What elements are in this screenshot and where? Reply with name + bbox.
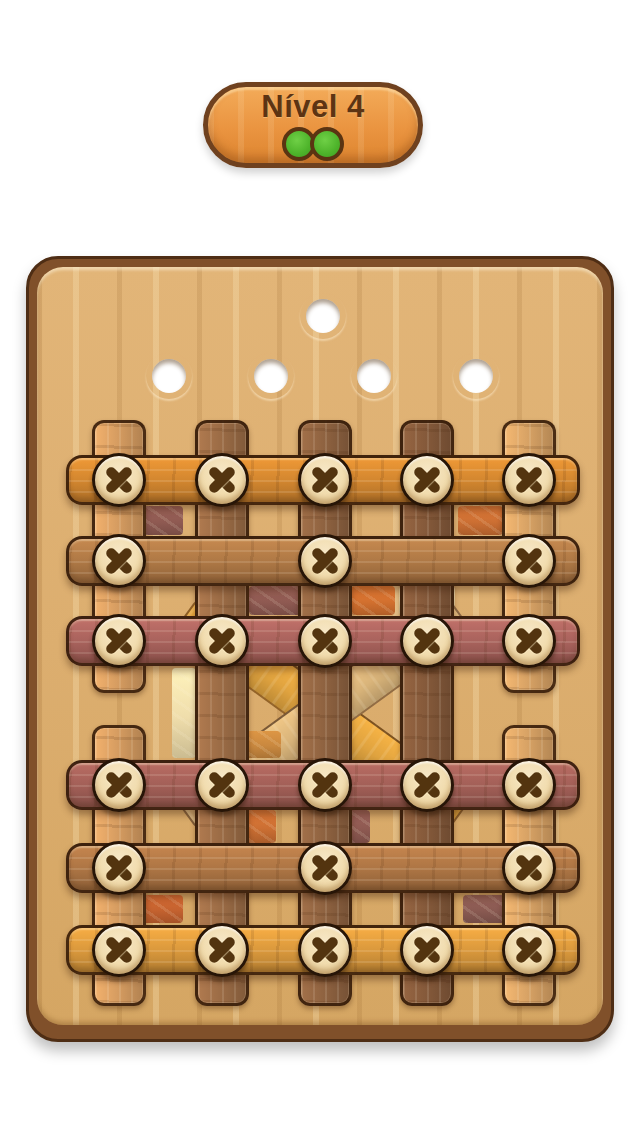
screw-cross-icon (301, 537, 349, 585)
game-board (26, 256, 614, 1042)
level-badge: Nível 4 (203, 82, 423, 168)
vertical-plank-col2[interactable] (195, 420, 249, 1006)
level-label: Nível 4 (261, 89, 364, 125)
screw-cross-icon (505, 761, 553, 809)
screw-hole[interactable] (146, 353, 192, 399)
screw[interactable] (298, 614, 352, 668)
screw-cross-icon (95, 761, 143, 809)
screw[interactable] (298, 841, 352, 895)
screw[interactable] (195, 453, 249, 507)
screw-cross-icon (95, 537, 143, 585)
screw-cross-icon (505, 537, 553, 585)
hidden-plank-fragment (458, 506, 503, 535)
hidden-plank-fragment (172, 668, 196, 758)
screw[interactable] (502, 841, 556, 895)
screw[interactable] (195, 923, 249, 977)
hidden-plank-fragment (140, 895, 183, 923)
screw-cross-icon (505, 926, 553, 974)
screw-cross-icon (198, 926, 246, 974)
screw-cross-icon (198, 617, 246, 665)
screw-hole-opening (254, 359, 288, 393)
screw[interactable] (502, 758, 556, 812)
screw[interactable] (92, 923, 146, 977)
screw[interactable] (195, 614, 249, 668)
screw-cross-icon (301, 844, 349, 892)
screw-cross-icon (95, 844, 143, 892)
hidden-plank-fragment (351, 586, 395, 615)
screw-hole-opening (306, 299, 340, 333)
screw[interactable] (400, 923, 454, 977)
screw[interactable] (502, 614, 556, 668)
screw-cross-icon (301, 456, 349, 504)
hidden-plank-fragment (249, 586, 301, 615)
hidden-plank-fragment (143, 506, 183, 535)
screw[interactable] (92, 534, 146, 588)
screw[interactable] (502, 534, 556, 588)
screw-cross-icon (403, 926, 451, 974)
vertical-plank-col4[interactable] (400, 420, 454, 1006)
screw-cross-icon (403, 456, 451, 504)
screw[interactable] (502, 453, 556, 507)
screw-hole[interactable] (248, 353, 294, 399)
screw[interactable] (92, 841, 146, 895)
screw[interactable] (298, 453, 352, 507)
screw[interactable] (92, 453, 146, 507)
screw-hole[interactable] (300, 293, 346, 339)
screw-hole-opening (152, 359, 186, 393)
screw-cross-icon (505, 844, 553, 892)
screw-hole-opening (357, 359, 391, 393)
screw[interactable] (195, 758, 249, 812)
hidden-plank-fragment (463, 895, 505, 923)
screw[interactable] (92, 758, 146, 812)
screw[interactable] (298, 758, 352, 812)
screw[interactable] (298, 923, 352, 977)
progress-dot (310, 127, 344, 161)
progress-dots (282, 127, 344, 161)
screw-cross-icon (198, 456, 246, 504)
screw[interactable] (502, 923, 556, 977)
screw[interactable] (92, 614, 146, 668)
screw-cross-icon (505, 617, 553, 665)
screw[interactable] (298, 534, 352, 588)
screw-hole-opening (459, 359, 493, 393)
screw-cross-icon (505, 456, 553, 504)
screw-hole[interactable] (351, 353, 397, 399)
screw-cross-icon (95, 617, 143, 665)
screw-cross-icon (198, 761, 246, 809)
screw-cross-icon (95, 926, 143, 974)
screw[interactable] (400, 758, 454, 812)
screw[interactable] (400, 614, 454, 668)
screw-cross-icon (403, 761, 451, 809)
screw-cross-icon (301, 617, 349, 665)
screw-cross-icon (301, 926, 349, 974)
vertical-plank-col3[interactable] (298, 420, 352, 1006)
screw-cross-icon (301, 761, 349, 809)
game-screen: Nível 4 (0, 0, 640, 1138)
screw[interactable] (400, 453, 454, 507)
screw-cross-icon (403, 617, 451, 665)
screw-hole[interactable] (453, 353, 499, 399)
screw-cross-icon (95, 456, 143, 504)
